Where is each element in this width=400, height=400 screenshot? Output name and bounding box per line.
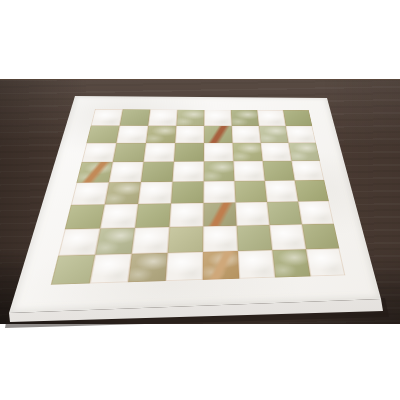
square-d3	[169, 203, 203, 227]
square-h2	[302, 224, 339, 250]
square-b1	[90, 254, 132, 284]
square-h6	[288, 143, 319, 161]
square-c3	[135, 203, 171, 227]
square-d1	[166, 252, 203, 281]
square-e8	[204, 110, 231, 126]
square-a1	[51, 255, 95, 285]
square-e1	[203, 251, 239, 280]
square-e2	[203, 226, 238, 252]
square-f4	[234, 181, 267, 203]
square-e5	[204, 161, 235, 181]
square-a4	[71, 182, 109, 205]
square-d5	[173, 161, 204, 181]
square-c1	[128, 253, 168, 282]
square-a3	[65, 204, 105, 229]
square-g6	[261, 143, 292, 161]
square-f3	[235, 202, 269, 226]
square-e6	[204, 143, 234, 162]
square-g7	[259, 126, 289, 143]
square-a2	[58, 228, 100, 255]
square-g3	[267, 202, 302, 226]
square-g5	[263, 161, 295, 181]
square-b3	[100, 204, 138, 229]
square-b8	[120, 109, 151, 125]
square-g8	[257, 110, 286, 126]
square-d8	[176, 110, 204, 126]
square-f1	[238, 250, 275, 279]
square-d7	[175, 126, 204, 143]
square-c5	[141, 162, 174, 182]
chess-board-squares	[51, 109, 345, 285]
square-a7	[86, 126, 119, 144]
square-c6	[144, 143, 176, 162]
square-e3	[203, 202, 236, 226]
square-f2	[237, 225, 273, 251]
square-f6	[233, 143, 263, 161]
square-e7	[204, 126, 233, 143]
square-h7	[286, 126, 316, 143]
square-h4	[295, 180, 329, 201]
square-g1	[272, 249, 310, 277]
photo-frame	[0, 0, 400, 400]
square-g4	[265, 180, 298, 202]
square-b4	[105, 182, 141, 204]
square-g2	[270, 224, 307, 250]
square-d6	[174, 143, 204, 162]
square-f5	[233, 161, 264, 181]
square-a6	[82, 143, 117, 162]
square-f7	[232, 126, 261, 143]
square-c7	[146, 126, 176, 143]
square-b5	[109, 162, 144, 183]
square-d2	[168, 226, 204, 252]
square-b2	[95, 228, 135, 255]
square-d4	[171, 181, 204, 203]
square-a8	[91, 109, 123, 125]
square-c4	[138, 182, 172, 204]
square-b7	[116, 126, 148, 143]
chess-board	[9, 96, 381, 313]
square-h3	[298, 201, 334, 224]
square-e4	[203, 181, 235, 203]
square-c8	[148, 109, 177, 125]
square-h5	[291, 161, 324, 181]
photo-background-top	[0, 0, 400, 79]
square-f8	[231, 110, 259, 126]
square-h8	[283, 110, 312, 126]
square-c2	[132, 227, 170, 254]
square-a5	[76, 162, 112, 183]
square-h1	[306, 248, 345, 276]
square-b6	[113, 143, 146, 162]
